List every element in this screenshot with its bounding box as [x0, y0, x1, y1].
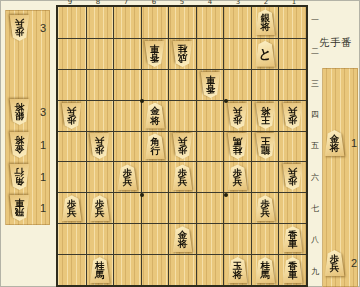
rank-label-6: 六 — [309, 162, 321, 193]
hand-count: 3 — [40, 22, 46, 34]
piece-glyph: 龍王 — [255, 133, 276, 159]
square-4-2[interactable] — [196, 38, 224, 69]
piece-sente-bishop[interactable]: 角行 — [144, 133, 165, 159]
square-8-8[interactable] — [86, 223, 114, 254]
square-6-8[interactable] — [141, 223, 169, 254]
hand-count: 1 — [40, 171, 46, 183]
square-2-9[interactable]: 桂馬 — [251, 254, 279, 285]
square-6-5[interactable]: 角行 — [141, 131, 169, 162]
square-7-4[interactable] — [113, 100, 141, 131]
piece-sente-pawn[interactable]: 歩兵 — [61, 195, 82, 221]
square-1-1[interactable] — [278, 7, 306, 38]
hand-count: 1 — [40, 139, 46, 151]
piece-sente-lance[interactable]: 香車 — [282, 257, 303, 283]
square-4-3[interactable]: 香車 — [196, 69, 224, 100]
square-3-7[interactable] — [223, 192, 251, 223]
piece-glyph: 歩兵 — [324, 250, 345, 276]
square-7-7[interactable] — [113, 192, 141, 223]
piece-glyph: 成桂 — [172, 41, 193, 67]
square-2-4[interactable]: 王将 — [251, 100, 279, 131]
piece-gote-pawn[interactable]: 歩兵 — [61, 103, 82, 129]
piece-gote-lance[interactable]: 香車 — [144, 41, 165, 67]
square-1-8[interactable]: 香車 — [278, 223, 306, 254]
rank-label-9: 九 — [309, 256, 321, 287]
piece-glyph: 金将 — [172, 226, 193, 252]
square-1-3[interactable] — [278, 69, 306, 100]
piece-sente-pawn[interactable]: 歩兵 — [172, 164, 193, 190]
square-8-6[interactable] — [86, 161, 114, 192]
piece-glyph: 角行 — [9, 164, 30, 190]
square-2-2[interactable]: と — [251, 38, 279, 69]
piece-glyph: 金将 — [144, 103, 165, 129]
square-9-1[interactable] — [58, 7, 86, 38]
piece-glyph: 金将 — [324, 130, 345, 156]
square-2-7[interactable]: 歩兵 — [251, 192, 279, 223]
piece-glyph: 銀将 — [255, 9, 276, 35]
turn-indicator: 先手番 — [319, 36, 359, 50]
square-1-4[interactable]: 歩兵 — [278, 100, 306, 131]
piece-glyph: 桂馬 — [89, 257, 110, 283]
square-7-3[interactable] — [113, 69, 141, 100]
rank-label-1: 一 — [309, 5, 321, 36]
board-grid: 銀将香車成桂と香車歩兵金将歩兵王将歩兵歩兵角行歩兵桂馬龍王歩兵歩兵歩兵歩兵歩兵歩… — [58, 7, 306, 285]
rank-label-7: 七 — [309, 193, 321, 224]
piece-gote-lance[interactable]: 香車 — [200, 72, 221, 98]
piece-glyph: 香車 — [282, 226, 303, 252]
square-6-1[interactable] — [141, 7, 169, 38]
piece-glyph: 飛車 — [9, 195, 30, 221]
square-4-8[interactable] — [196, 223, 224, 254]
piece-glyph: 香車 — [282, 257, 303, 283]
square-2-5[interactable]: 龍王 — [251, 131, 279, 162]
square-1-9[interactable]: 香車 — [278, 254, 306, 285]
komadai-sente: 金将1歩兵2 — [322, 68, 358, 287]
piece-glyph: 香車 — [200, 72, 221, 98]
square-6-4[interactable]: 金将 — [141, 100, 169, 131]
square-5-9[interactable] — [168, 254, 196, 285]
square-2-3[interactable] — [251, 69, 279, 100]
square-3-9[interactable]: 玉将 — [223, 254, 251, 285]
square-3-4[interactable]: 歩兵 — [223, 100, 251, 131]
square-4-6[interactable] — [196, 161, 224, 192]
square-3-1[interactable] — [223, 7, 251, 38]
hand-count: 2 — [351, 257, 357, 269]
square-6-9[interactable] — [141, 254, 169, 285]
piece-glyph: 歩兵 — [89, 195, 110, 221]
square-6-2[interactable]: 香車 — [141, 38, 169, 69]
rank-label-5: 五 — [309, 130, 321, 161]
piece-gote-knight[interactable]: 桂馬 — [227, 133, 248, 159]
square-5-3[interactable] — [168, 69, 196, 100]
piece-sente-gold[interactable]: 金将 — [324, 130, 345, 156]
piece-glyph: 歩兵 — [282, 164, 303, 190]
square-9-5[interactable] — [58, 131, 86, 162]
piece-glyph: 桂馬 — [227, 133, 248, 159]
rank-label-4: 四 — [309, 99, 321, 130]
square-5-2[interactable]: 成桂 — [168, 38, 196, 69]
hand-gote-rook[interactable]: 飛車1 — [5, 193, 50, 223]
piece-glyph: 玉将 — [227, 257, 248, 283]
rank-label-8: 八 — [309, 224, 321, 255]
square-8-4[interactable] — [86, 100, 114, 131]
piece-gote-king[interactable]: 王将 — [255, 103, 276, 129]
hand-gote-gold[interactable]: 金将1 — [5, 130, 50, 160]
square-9-3[interactable] — [58, 69, 86, 100]
square-4-5[interactable] — [196, 131, 224, 162]
piece-glyph: 金将 — [9, 132, 30, 158]
piece-sente-pawn[interactable]: 歩兵 — [324, 250, 345, 276]
piece-glyph: 歩兵 — [89, 133, 110, 159]
shogi-diagram: 987654321 銀将香車成桂と香車歩兵金将歩兵王将歩兵歩兵角行歩兵桂馬龍王歩… — [0, 0, 360, 287]
piece-glyph: 歩兵 — [282, 103, 303, 129]
hand-count: 3 — [40, 106, 46, 118]
piece-sente-pawn[interactable]: 歩兵 — [255, 195, 276, 221]
piece-gote-gold[interactable]: 金将 — [9, 132, 30, 158]
piece-glyph: 歩兵 — [117, 164, 138, 190]
square-8-9[interactable]: 桂馬 — [86, 254, 114, 285]
square-7-9[interactable] — [113, 254, 141, 285]
piece-sente-silver[interactable]: 銀将 — [255, 9, 276, 35]
square-5-6[interactable]: 歩兵 — [168, 161, 196, 192]
hand-sente-gold[interactable]: 金将1 — [322, 128, 358, 158]
square-5-7[interactable] — [168, 192, 196, 223]
square-3-8[interactable] — [223, 223, 251, 254]
piece-glyph: 歩兵 — [227, 103, 248, 129]
piece-sente-tokin[interactable]: と — [255, 41, 276, 67]
square-9-9[interactable] — [58, 254, 86, 285]
piece-sente-knight[interactable]: 桂馬 — [89, 257, 110, 283]
hand-gote-silver[interactable]: 銀将3 — [5, 97, 50, 127]
piece-gote-promoted-knight[interactable]: 成桂 — [172, 41, 193, 67]
square-7-8[interactable] — [113, 223, 141, 254]
square-6-3[interactable] — [141, 69, 169, 100]
komadai-gote: 歩兵3銀将3金将1角行1飛車1 — [5, 10, 50, 225]
piece-gote-pawn[interactable]: 歩兵 — [172, 133, 193, 159]
square-9-8[interactable] — [58, 223, 86, 254]
piece-gote-pawn[interactable]: 歩兵 — [282, 164, 303, 190]
square-1-5[interactable] — [278, 131, 306, 162]
square-8-2[interactable] — [86, 38, 114, 69]
piece-glyph: と — [255, 41, 276, 67]
hand-gote-pawn[interactable]: 歩兵3 — [5, 13, 50, 43]
square-2-6[interactable] — [251, 161, 279, 192]
square-8-5[interactable]: 歩兵 — [86, 131, 114, 162]
piece-glyph: 歩兵 — [255, 195, 276, 221]
square-8-1[interactable] — [86, 7, 114, 38]
square-9-6[interactable] — [58, 161, 86, 192]
square-5-1[interactable] — [168, 7, 196, 38]
piece-glyph: 王将 — [255, 103, 276, 129]
square-3-2[interactable] — [223, 38, 251, 69]
square-4-4[interactable] — [196, 100, 224, 131]
star-point — [224, 193, 228, 197]
square-6-7[interactable] — [141, 192, 169, 223]
piece-glyph: 歩兵 — [61, 195, 82, 221]
square-9-7[interactable]: 歩兵 — [58, 192, 86, 223]
piece-sente-gold[interactable]: 金将 — [172, 226, 193, 252]
piece-gote-pawn[interactable]: 歩兵 — [89, 133, 110, 159]
square-3-5[interactable]: 桂馬 — [223, 131, 251, 162]
square-2-1[interactable]: 銀将 — [251, 7, 279, 38]
piece-gote-pawn[interactable]: 歩兵 — [9, 15, 30, 41]
piece-glyph: 歩兵 — [172, 164, 193, 190]
rank-label-3: 三 — [309, 68, 321, 99]
square-5-8[interactable]: 金将 — [168, 223, 196, 254]
hand-count: 1 — [40, 202, 46, 214]
piece-glyph: 香車 — [144, 41, 165, 67]
shogi-board: 銀将香車成桂と香車歩兵金将歩兵王将歩兵歩兵角行歩兵桂馬龍王歩兵歩兵歩兵歩兵歩兵歩… — [56, 5, 308, 287]
star-point — [140, 99, 144, 103]
piece-sente-lance[interactable]: 香車 — [282, 226, 303, 252]
piece-sente-pawn[interactable]: 歩兵 — [89, 195, 110, 221]
star-point — [224, 99, 228, 103]
square-4-1[interactable] — [196, 7, 224, 38]
hand-sente-pawn[interactable]: 歩兵2 — [322, 248, 358, 278]
piece-gote-bishop[interactable]: 角行 — [9, 164, 30, 190]
piece-glyph: 歩兵 — [172, 133, 193, 159]
square-7-1[interactable] — [113, 7, 141, 38]
piece-glyph: 角行 — [144, 133, 165, 159]
hand-gote-bishop[interactable]: 角行1 — [5, 162, 50, 192]
piece-gote-pawn[interactable]: 歩兵 — [282, 103, 303, 129]
piece-sente-king[interactable]: 玉将 — [227, 257, 248, 283]
square-8-3[interactable] — [86, 69, 114, 100]
piece-glyph: 銀将 — [9, 99, 30, 125]
square-1-2[interactable] — [278, 38, 306, 69]
piece-gote-pawn[interactable]: 歩兵 — [227, 103, 248, 129]
piece-glyph: 歩兵 — [9, 15, 30, 41]
square-6-6[interactable] — [141, 161, 169, 192]
piece-sente-pawn[interactable]: 歩兵 — [117, 164, 138, 190]
square-1-6[interactable]: 歩兵 — [278, 161, 306, 192]
square-2-8[interactable] — [251, 223, 279, 254]
square-1-7[interactable] — [278, 192, 306, 223]
piece-gote-silver[interactable]: 銀将 — [9, 99, 30, 125]
piece-glyph: 歩兵 — [61, 103, 82, 129]
square-3-6[interactable]: 歩兵 — [223, 161, 251, 192]
square-7-5[interactable] — [113, 131, 141, 162]
square-5-4[interactable] — [168, 100, 196, 131]
piece-glyph: 歩兵 — [227, 164, 248, 190]
piece-sente-gold[interactable]: 金将 — [144, 103, 165, 129]
piece-gote-rook[interactable]: 飛車 — [9, 195, 30, 221]
square-5-5[interactable]: 歩兵 — [168, 131, 196, 162]
hand-count: 1 — [351, 137, 357, 149]
square-8-7[interactable]: 歩兵 — [86, 192, 114, 223]
square-4-9[interactable] — [196, 254, 224, 285]
square-7-6[interactable]: 歩兵 — [113, 161, 141, 192]
square-9-2[interactable] — [58, 38, 86, 69]
piece-glyph: 桂馬 — [255, 257, 276, 283]
square-3-3[interactable] — [223, 69, 251, 100]
piece-sente-knight[interactable]: 桂馬 — [255, 257, 276, 283]
star-point — [140, 193, 144, 197]
piece-gote-dragon[interactable]: 龍王 — [255, 133, 276, 159]
square-4-7[interactable] — [196, 192, 224, 223]
piece-sente-pawn[interactable]: 歩兵 — [227, 164, 248, 190]
square-9-4[interactable]: 歩兵 — [58, 100, 86, 131]
square-7-2[interactable] — [113, 38, 141, 69]
